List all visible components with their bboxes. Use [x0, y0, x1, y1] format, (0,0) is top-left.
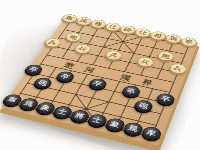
piece-red-cannon-1[interactable]: 炮 [63, 32, 83, 43]
piece-black-soldier-5[interactable]: 卒 [155, 92, 176, 106]
piece-black-soldier-4[interactable]: 卒 [121, 84, 142, 98]
piece-black-soldier-3[interactable]: 卒 [87, 77, 108, 90]
perspective-wrapper: 楚 河 漢 界 車馬相仕帥仕相馬車炮炮兵兵兵兵兵卒卒卒卒卒砲砲車馬象士將士象馬車 [0, 0, 200, 150]
piece-red-soldier-5[interactable]: 兵 [168, 62, 188, 74]
piece-red-chariot-2[interactable]: 車 [180, 36, 198, 47]
piece-black-soldier-1[interactable]: 卒 [23, 63, 44, 76]
piece-black-horse-2[interactable]: 馬 [122, 121, 145, 137]
piece-red-soldier-1[interactable]: 兵 [43, 37, 63, 48]
piece-black-cannon-2[interactable]: 砲 [133, 98, 155, 112]
piece-black-cannon-1[interactable]: 砲 [32, 76, 54, 89]
xiangqi-board[interactable]: 楚 河 漢 界 車馬相仕帥仕相馬車炮炮兵兵兵兵兵卒卒卒卒卒砲砲車馬象士將士象馬車 [1, 17, 198, 146]
piece-red-soldier-2[interactable]: 兵 [73, 43, 93, 55]
piece-red-horse-2[interactable]: 馬 [164, 33, 183, 44]
piece-red-cannon-2[interactable]: 炮 [156, 50, 175, 62]
xiangqi-scene: 楚 河 漢 界 車馬相仕帥仕相馬車炮炮兵兵兵兵兵卒卒卒卒卒砲砲車馬象士將士象馬車 [0, 0, 200, 150]
piece-red-elephant-2[interactable]: 相 [149, 30, 168, 41]
piece-red-soldier-3[interactable]: 兵 [104, 49, 124, 61]
piece-layer: 車馬相仕帥仕相馬車炮炮兵兵兵兵兵卒卒卒卒卒砲砲車馬象士將士象馬車 [1, 17, 198, 146]
piece-black-soldier-2[interactable]: 卒 [55, 70, 76, 83]
piece-red-soldier-4[interactable]: 兵 [135, 56, 155, 68]
piece-black-chariot-2[interactable]: 車 [140, 125, 163, 141]
